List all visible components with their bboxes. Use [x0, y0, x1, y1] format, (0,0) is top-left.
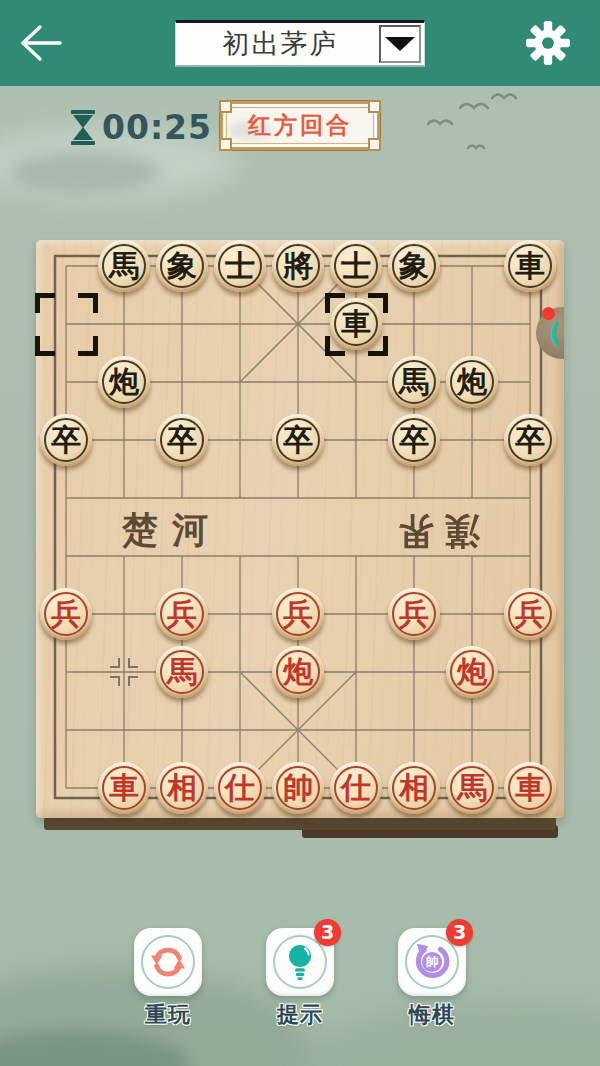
undo-king-char: 帥	[426, 954, 439, 969]
piece-char: 仕	[341, 773, 371, 803]
gear-icon	[524, 20, 572, 66]
river-label-left: 楚河	[122, 506, 222, 555]
piece-red-兵[interactable]: 兵	[156, 588, 208, 640]
piece-char: 車	[341, 309, 371, 339]
xiangqi-app: 初出茅庐	[0, 0, 600, 1066]
piece-char: 士	[225, 251, 255, 281]
crescent-icon: (	[549, 318, 561, 348]
piece-black-卒[interactable]: 卒	[504, 414, 556, 466]
level-dropdown-arrow-button[interactable]	[379, 25, 421, 63]
piece-char: 相	[167, 773, 197, 803]
piece-char: 卒	[51, 425, 81, 455]
arrow-left-icon	[16, 20, 64, 66]
piece-black-卒[interactable]: 卒	[156, 414, 208, 466]
piece-black-士[interactable]: 士	[330, 240, 382, 292]
piece-red-車[interactable]: 車	[98, 762, 150, 814]
undo-badge: 3	[446, 919, 473, 946]
piece-char: 炮	[283, 657, 313, 687]
piece-red-車[interactable]: 車	[504, 762, 556, 814]
piece-char: 士	[341, 251, 371, 281]
piece-black-炮[interactable]: 炮	[98, 356, 150, 408]
piece-red-兵[interactable]: 兵	[504, 588, 556, 640]
piece-char: 馬	[109, 251, 139, 281]
piece-char: 炮	[457, 657, 487, 687]
banner-corner-ornament	[219, 138, 232, 151]
piece-char: 兵	[515, 599, 545, 629]
piece-red-炮[interactable]: 炮	[446, 646, 498, 698]
piece-red-兵[interactable]: 兵	[388, 588, 440, 640]
piece-red-帥[interactable]: 帥	[272, 762, 324, 814]
piece-char: 馬	[167, 657, 197, 687]
triangle-down-icon	[385, 37, 415, 51]
hint-badge: 3	[314, 919, 341, 946]
piece-char: 卒	[515, 425, 545, 455]
piece-red-馬[interactable]: 馬	[446, 762, 498, 814]
hourglass-icon	[70, 110, 96, 145]
piece-char: 兵	[399, 599, 429, 629]
piece-black-將[interactable]: 將	[272, 240, 324, 292]
river-label-right: 漢界	[388, 506, 480, 555]
lightbulb-icon	[280, 942, 320, 982]
undo-label: 悔棋	[377, 1000, 487, 1030]
piece-char: 炮	[457, 367, 487, 397]
top-bar: 初出茅庐	[0, 0, 600, 86]
piece-black-馬[interactable]: 馬	[388, 356, 440, 408]
turn-banner-text: 红方回合	[248, 110, 352, 141]
settings-button[interactable]	[524, 20, 572, 66]
piece-red-仕[interactable]: 仕	[330, 762, 382, 814]
piece-char: 象	[167, 251, 197, 281]
piece-char: 兵	[283, 599, 313, 629]
board-intersections: 馬象士將士象車車炮馬炮卒卒卒卒卒兵兵兵兵兵馬炮炮車相仕帥仕相馬車	[37, 237, 559, 817]
piece-char: 卒	[167, 425, 197, 455]
move-timer: 00:25	[70, 108, 212, 147]
mountain-watermark	[10, 152, 160, 192]
piece-black-卒[interactable]: 卒	[388, 414, 440, 466]
piece-char: 馬	[399, 367, 429, 397]
piece-black-炮[interactable]: 炮	[446, 356, 498, 408]
restart-button[interactable]: 重玩	[113, 928, 223, 1030]
level-dropdown[interactable]: 初出茅庐	[175, 20, 425, 67]
piece-black-卒[interactable]: 卒	[40, 414, 92, 466]
piece-char: 兵	[51, 599, 81, 629]
piece-char: 馬	[457, 773, 487, 803]
piece-char: 炮	[109, 367, 139, 397]
xiangqi-board[interactable]: 楚河 漢界 馬象士將士象車車炮馬炮卒卒卒卒卒兵兵兵兵兵馬炮炮車相仕帥仕相馬車	[36, 240, 564, 818]
piece-char: 相	[399, 773, 429, 803]
piece-char: 兵	[167, 599, 197, 629]
board-stand	[44, 817, 556, 830]
piece-black-卒[interactable]: 卒	[272, 414, 324, 466]
piece-black-象[interactable]: 象	[388, 240, 440, 292]
undo-button[interactable]: 帥 3 悔棋	[377, 928, 487, 1030]
piece-red-相[interactable]: 相	[388, 762, 440, 814]
piece-black-象[interactable]: 象	[156, 240, 208, 292]
undo-arrow-icon: 帥	[411, 941, 453, 983]
piece-char: 車	[515, 251, 545, 281]
piece-char: 帥	[283, 773, 313, 803]
piece-char: 仕	[225, 773, 255, 803]
piece-char: 卒	[283, 425, 313, 455]
level-dropdown-value: 初出茅庐	[176, 26, 379, 62]
timer-value: 00:25	[102, 108, 212, 147]
piece-red-炮[interactable]: 炮	[272, 646, 324, 698]
piece-black-車[interactable]: 車	[504, 240, 556, 292]
piece-red-兵[interactable]: 兵	[272, 588, 324, 640]
back-button[interactable]	[16, 20, 64, 66]
banner-corner-ornament	[368, 100, 381, 113]
piece-char: 將	[283, 251, 313, 281]
hint-button[interactable]: 3 提示	[245, 928, 355, 1030]
restart-arrows-icon	[148, 942, 188, 982]
piece-char: 象	[399, 251, 429, 281]
piece-char: 卒	[399, 425, 429, 455]
notification-dot	[542, 307, 555, 320]
piece-red-仕[interactable]: 仕	[214, 762, 266, 814]
last-move-origin-bracket	[35, 293, 98, 356]
piece-black-車-selected[interactable]: 車	[330, 298, 382, 350]
piece-red-兵[interactable]: 兵	[40, 588, 92, 640]
piece-red-馬[interactable]: 馬	[156, 646, 208, 698]
piece-black-士[interactable]: 士	[214, 240, 266, 292]
piece-char: 車	[515, 773, 545, 803]
piece-red-相[interactable]: 相	[156, 762, 208, 814]
restart-label: 重玩	[113, 1000, 223, 1030]
hill-watermark	[0, 1030, 190, 1066]
piece-char: 車	[109, 773, 139, 803]
turn-banner: 红方回合	[220, 101, 380, 150]
hint-label: 提示	[245, 1000, 355, 1030]
birds-watermark	[408, 86, 518, 158]
piece-black-馬[interactable]: 馬	[98, 240, 150, 292]
banner-corner-ornament	[219, 100, 232, 113]
banner-corner-ornament	[368, 138, 381, 151]
